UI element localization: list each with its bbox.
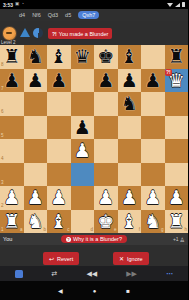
square-c3[interactable]	[47, 163, 71, 187]
blunder-banner: ?! You made a Blunder	[48, 28, 112, 39]
square-g5[interactable]	[141, 116, 165, 140]
square-f2[interactable]: ♟	[118, 186, 142, 210]
black-bishop: ♝	[50, 47, 67, 66]
square-e1[interactable]: ♚e	[94, 210, 118, 234]
square-g6[interactable]	[141, 92, 165, 116]
square-h4[interactable]	[165, 139, 189, 163]
file-label: d	[90, 228, 93, 233]
signal-icon	[175, 3, 180, 7]
revert-button[interactable]: ↩ Revert	[43, 252, 79, 265]
black-pawn: ♟	[74, 118, 91, 137]
square-e6[interactable]	[94, 92, 118, 116]
blunder-banner-text: You made a Blunder	[59, 31, 109, 37]
file-label: h	[184, 228, 187, 233]
square-e7[interactable]: ♟	[94, 69, 118, 93]
square-b6[interactable]	[24, 92, 48, 116]
rank-label: 3	[1, 181, 4, 186]
back-button[interactable]: ◀	[58, 288, 63, 294]
black-knight: ♞	[121, 94, 138, 113]
square-a6[interactable]: 6	[0, 92, 24, 116]
battery-icon	[182, 2, 185, 7]
board-tab-icon[interactable]	[15, 270, 23, 278]
recents-button[interactable]: ■	[126, 288, 130, 294]
square-h5[interactable]	[165, 116, 189, 140]
move-item[interactable]: d5	[65, 12, 71, 18]
status-bar: 3:53 ▣ ◔	[0, 0, 188, 9]
square-d6[interactable]	[71, 92, 95, 116]
rank-label: 5	[1, 134, 4, 139]
black-queen: ♛	[74, 47, 91, 66]
white-knight: ♞	[27, 212, 44, 231]
square-f4[interactable]	[118, 139, 142, 163]
square-a8[interactable]: ♜8	[0, 45, 24, 69]
white-pawn: ♟	[121, 188, 138, 207]
square-d5[interactable]: ♟	[71, 116, 95, 140]
rank-label: 7	[1, 87, 4, 92]
black-bishop: ♝	[121, 47, 138, 66]
file-label: g	[161, 228, 164, 233]
square-b1[interactable]: ♞b	[24, 210, 48, 234]
file-label: a	[20, 228, 23, 233]
square-f7[interactable]: ♟	[118, 69, 142, 93]
white-king: ♚	[97, 212, 114, 231]
white-pawn: ♟	[50, 188, 67, 207]
square-b2[interactable]: ♟	[24, 186, 48, 210]
square-e2[interactable]: ♟	[94, 186, 118, 210]
black-king: ♚	[97, 47, 114, 66]
help-icon: ?	[66, 237, 71, 242]
ignore-icon: ✕	[119, 255, 124, 262]
square-d7[interactable]	[71, 69, 95, 93]
revert-label: Revert	[57, 256, 73, 262]
wifi-icon	[167, 3, 173, 7]
black-pawn: ♟	[50, 71, 67, 90]
square-a7[interactable]: ♟7	[0, 69, 24, 93]
move-item[interactable]: Nf6	[32, 12, 41, 18]
square-d2[interactable]	[71, 186, 95, 210]
android-nav-bar: ◀ ● ■	[0, 281, 188, 300]
square-d1[interactable]: d	[71, 210, 95, 234]
square-g7[interactable]: ♟	[141, 69, 165, 93]
data-saver-icon: ◔	[21, 2, 24, 7]
white-pawn: ♟	[144, 188, 161, 207]
square-g1[interactable]: ♞g	[141, 210, 165, 234]
more-options-icon[interactable]: ⋯	[166, 270, 174, 277]
white-knight: ♞	[144, 212, 161, 231]
black-pawn: ♟	[144, 71, 161, 90]
blunder-badge: ?!	[165, 69, 173, 76]
square-c5[interactable]	[47, 116, 71, 140]
black-pawn: ♟	[97, 71, 114, 90]
triangle-icon[interactable]	[20, 28, 30, 37]
move-item[interactable]: Qd3	[48, 12, 58, 18]
square-a5[interactable]: 5	[0, 116, 24, 140]
square-f1[interactable]: ♝f	[118, 210, 142, 234]
square-h8[interactable]: ♜	[165, 45, 189, 69]
square-h7[interactable]: ♛?!	[165, 69, 189, 93]
why-blunder-button[interactable]: ? Why it is a Blunder?	[61, 235, 127, 243]
screenshot-icon: ▣	[15, 2, 19, 7]
square-g2[interactable]: ♟	[141, 186, 165, 210]
square-b8[interactable]: ♞	[24, 45, 48, 69]
square-a2[interactable]: ♟2	[0, 186, 24, 210]
square-b5[interactable]	[24, 116, 48, 140]
file-label: f	[139, 228, 140, 233]
revert-icon: ↩	[49, 255, 54, 262]
square-h6[interactable]	[165, 92, 189, 116]
black-pawn: ♟	[121, 71, 138, 90]
square-e8[interactable]: ♚	[94, 45, 118, 69]
square-d4[interactable]: ♟	[71, 139, 95, 163]
white-pawn: ♟	[3, 188, 20, 207]
file-label: b	[43, 228, 46, 233]
player-name: You	[3, 236, 12, 242]
square-a4[interactable]: 4	[0, 139, 24, 163]
square-c7[interactable]: ♟	[47, 69, 71, 93]
square-h3[interactable]	[165, 163, 189, 187]
square-c1[interactable]: ♝c	[47, 210, 71, 234]
opponent-level-label: Level 2	[1, 40, 16, 45]
white-bishop: ♝	[50, 212, 67, 231]
square-h1[interactable]: ♜h	[165, 210, 189, 234]
chess-app-screen: 3:53 ▣ ◔ d4Nf6Qd3d5Qxh7 Level 2 ?! You m…	[0, 0, 188, 300]
clock-time: 3:53	[3, 2, 13, 8]
rank-label: 4	[1, 157, 4, 162]
rank-label: 1	[1, 228, 4, 233]
rank-label: 6	[1, 110, 4, 115]
white-rook: ♜	[3, 212, 20, 231]
why-blunder-label: Why it is a Blunder?	[73, 236, 122, 242]
forward-icon[interactable]: ▶▶	[126, 270, 137, 277]
white-rook: ♜	[168, 212, 185, 231]
white-pawn: ♟	[27, 188, 44, 207]
material-indicator: +1 ♙	[173, 236, 185, 243]
bottom-toolbar: ⇄ ◀◀ ▶▶ ⋯	[0, 266, 188, 281]
material-value: +1	[173, 236, 179, 242]
square-h2[interactable]: ♟	[165, 186, 189, 210]
square-c8[interactable]: ♝	[47, 45, 71, 69]
move-item[interactable]: d4	[19, 12, 25, 18]
square-d3[interactable]	[71, 163, 95, 187]
black-pawn: ♟	[27, 71, 44, 90]
square-f3[interactable]	[118, 163, 142, 187]
square-g3[interactable]	[141, 163, 165, 187]
black-pawn: ♟	[3, 71, 20, 90]
square-e3[interactable]	[94, 163, 118, 187]
file-label: e	[114, 228, 117, 233]
square-g8[interactable]	[141, 45, 165, 69]
circle-indicator-icon[interactable]	[33, 28, 43, 38]
square-f5[interactable]	[118, 116, 142, 140]
square-e5[interactable]	[94, 116, 118, 140]
ignore-label: Ignore	[127, 256, 143, 262]
white-bishop: ♝	[121, 212, 138, 231]
white-pawn: ♟	[97, 188, 114, 207]
pawn-icon: ♙	[180, 236, 185, 243]
square-c4[interactable]	[47, 139, 71, 163]
ignore-button[interactable]: ✕ Ignore	[113, 252, 149, 265]
square-b7[interactable]: ♟	[24, 69, 48, 93]
player-row: You ? Why it is a Blunder? +1 ♙	[0, 233, 188, 245]
white-pawn: ♟	[74, 141, 91, 160]
square-f6[interactable]: ♞	[118, 92, 142, 116]
rank-label: 2	[1, 204, 4, 209]
chess-board[interactable]: ♜8♞♝♛♚♝♜♟7♟♟♟♟♟♛?!6♞5♟4♟3♟2♟♟♟♟♟♟♜1a♞b♝c…	[0, 45, 188, 233]
black-rook: ♜	[3, 47, 20, 66]
square-b4[interactable]	[24, 139, 48, 163]
file-label: c	[67, 228, 69, 233]
rank-label: 8	[1, 63, 4, 68]
white-pawn: ♟	[168, 188, 185, 207]
square-b3[interactable]	[24, 163, 48, 187]
square-g4[interactable]	[141, 139, 165, 163]
home-button[interactable]: ●	[93, 288, 97, 294]
square-d8[interactable]: ♛	[71, 45, 95, 69]
blunder-mark-icon: ?!	[52, 31, 57, 37]
black-rook: ♜	[168, 47, 185, 66]
square-c2[interactable]: ♟	[47, 186, 71, 210]
flip-board-icon[interactable]: ⇄	[52, 270, 58, 277]
square-c6[interactable]	[47, 92, 71, 116]
move-list: d4Nf6Qd3d5Qxh7	[0, 9, 188, 21]
rewind-icon[interactable]: ◀◀	[86, 270, 97, 277]
square-a3[interactable]: 3	[0, 163, 24, 187]
black-knight: ♞	[27, 47, 44, 66]
move-item[interactable]: Qxh7	[78, 11, 99, 19]
square-f8[interactable]: ♝	[118, 45, 142, 69]
square-e4[interactable]	[94, 139, 118, 163]
square-a1[interactable]: ♜1a	[0, 210, 24, 234]
